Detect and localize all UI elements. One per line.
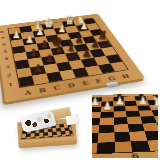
closeup-square (114, 124, 130, 132)
closeup-square (114, 111, 128, 118)
piece-wK-d8: ♚ (43, 17, 54, 29)
rank-label: 5 (3, 49, 7, 53)
rank-label: 1 (8, 82, 13, 87)
closeup-square (126, 111, 140, 117)
closeup-square: ♟ (113, 106, 126, 112)
closeup-square (127, 117, 142, 124)
file-label: E (81, 79, 90, 87)
square-a7: ♟ (10, 33, 23, 41)
square-a6 (11, 39, 24, 47)
square-f3: ♟ (77, 50, 93, 59)
rank-label: 4 (4, 57, 9, 61)
rank-label: 6 (2, 43, 6, 47)
piece-wP-c7: ♟ (36, 27, 44, 36)
rank-label: 3 (5, 64, 10, 69)
closeup-square (128, 124, 144, 132)
inset-open-box-photo (16, 110, 82, 156)
closeup-piece-wR: ♜ (151, 96, 158, 110)
rank-label: 8 (0, 30, 4, 33)
chess-board: 87654321 ABCDEFGH ♝♚♛♞♟♟♟♟♟♟♚♟♜♟♟♝♟♟♟♟ (0, 14, 145, 102)
closeup-square (124, 96, 136, 101)
square-b1 (32, 73, 48, 84)
piece-bP-c5: ♟ (40, 40, 49, 50)
file-label: D (67, 81, 77, 89)
square-b4: ♟ (26, 50, 41, 59)
closeup-square (92, 133, 99, 143)
inset-closeup-photo: fgh 12 ♟♜♟♟♟♟♟♝♟♜♟♚♟♜ (92, 94, 158, 158)
rank-label: 7 (1, 36, 5, 39)
instruction-card (65, 114, 78, 125)
closeup-square (98, 133, 115, 143)
piece-bP-b2: ♟ (34, 63, 44, 74)
closeup-square (97, 142, 115, 154)
piece-wP-g7: ♟ (80, 22, 88, 31)
square-g7: ♟ (75, 25, 89, 32)
file-label: B (38, 86, 47, 94)
piece-wP-a7: ♟ (12, 30, 21, 40)
closeup-square (139, 110, 154, 116)
closeup-piece-wP: ♟ (115, 95, 124, 105)
closeup-square (143, 123, 158, 131)
closeup-square (130, 131, 148, 141)
closeup-square: ♟ (137, 105, 151, 111)
closeup-square (100, 118, 114, 125)
closeup-piece-wP: ♟ (92, 96, 100, 107)
file-label: F (94, 77, 103, 85)
square-b6: ♟ (23, 37, 37, 45)
closeup-piece-bP: ♟ (103, 94, 111, 97)
square-b2: ♟ (30, 65, 46, 75)
closeup-square (114, 132, 131, 142)
square-d1 (59, 69, 76, 80)
closeup-grid: ♟♜♟♟♟♟♟♝♟♜♟♚♟♜ (92, 95, 158, 156)
piece-bP-c3: ♟ (45, 54, 55, 65)
closeup-square (92, 125, 100, 134)
closeup-square (99, 125, 114, 134)
closeup-piece-wP: ♟ (102, 101, 112, 112)
closeup-file-label: g (131, 154, 140, 158)
piece-bP-b4: ♟ (30, 48, 39, 58)
closeup-piece-wP: ♟ (138, 95, 147, 105)
closeup-board: fgh 12 ♟♜♟♟♟♟♟♝♟♜♟♚♟♜ (92, 94, 158, 158)
closeup-square (115, 141, 133, 152)
piece-bP-f3: ♟ (82, 48, 91, 58)
piece-bB-e4: ♝ (66, 41, 77, 53)
closeup-square (131, 140, 150, 151)
closeup-square (92, 112, 101, 119)
closeup-square (92, 118, 100, 126)
piece-bP-d4: ♟ (55, 45, 64, 55)
file-label: H (120, 72, 131, 80)
closeup-square (125, 105, 138, 111)
file-label: C (53, 83, 62, 91)
piece-wP-b6: ♟ (26, 35, 35, 45)
piece-bP-g4: ♟ (90, 40, 99, 50)
closeup-square (140, 116, 156, 123)
closeup-square (125, 101, 138, 106)
square-e1 (72, 67, 89, 78)
file-label: A (24, 88, 32, 96)
rank-label: 2 (7, 73, 12, 78)
